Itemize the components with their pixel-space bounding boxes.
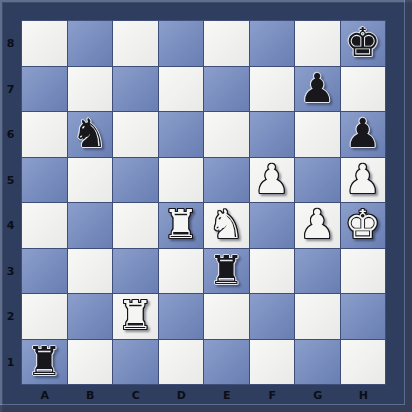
square-e2[interactable]: [204, 294, 249, 339]
square-h4[interactable]: ♚: [341, 203, 386, 248]
rank-label-4: 4: [0, 203, 21, 249]
square-h2[interactable]: [341, 294, 386, 339]
square-f5[interactable]: ♟: [250, 158, 295, 203]
square-e5[interactable]: [204, 158, 249, 203]
file-label-g: G: [295, 385, 341, 405]
square-e8[interactable]: [204, 21, 249, 66]
square-c6[interactable]: [113, 112, 158, 157]
white-knight[interactable]: ♞: [208, 202, 244, 246]
square-b8[interactable]: [68, 21, 113, 66]
black-knight[interactable]: ♞: [72, 111, 108, 155]
square-f2[interactable]: [250, 294, 295, 339]
square-d8[interactable]: [159, 21, 204, 66]
square-d7[interactable]: [159, 67, 204, 112]
rank-label-8: 8: [0, 21, 21, 67]
file-label-a: A: [22, 385, 68, 405]
square-b5[interactable]: [68, 158, 113, 203]
file-labels: ABCDEFGH: [22, 385, 386, 405]
black-rook[interactable]: ♜: [208, 248, 244, 292]
square-c7[interactable]: [113, 67, 158, 112]
square-a2[interactable]: [22, 294, 67, 339]
white-pawn[interactable]: ♟: [345, 157, 381, 201]
rank-label-3: 3: [0, 249, 21, 295]
file-label-d: D: [159, 385, 205, 405]
black-pawn[interactable]: ♟: [299, 66, 335, 110]
square-f8[interactable]: [250, 21, 295, 66]
square-g6[interactable]: [295, 112, 340, 157]
file-label-c: C: [113, 385, 159, 405]
square-c8[interactable]: [113, 21, 158, 66]
square-d5[interactable]: [159, 158, 204, 203]
file-label-f: F: [250, 385, 296, 405]
white-rook[interactable]: ♜: [117, 293, 153, 337]
white-king[interactable]: ♚: [345, 202, 381, 246]
square-b3[interactable]: [68, 249, 113, 294]
square-h3[interactable]: [341, 249, 386, 294]
square-f6[interactable]: [250, 112, 295, 157]
rank-label-5: 5: [0, 158, 21, 204]
chess-board-frame: 87654321 ♚♟♞♟♟♟♜♞♟♚♜♜♜ ABCDEFGH: [0, 0, 412, 412]
square-g1[interactable]: [295, 340, 340, 385]
square-a5[interactable]: [22, 158, 67, 203]
square-c2[interactable]: ♜: [113, 294, 158, 339]
square-e4[interactable]: ♞: [204, 203, 249, 248]
chess-board[interactable]: ♚♟♞♟♟♟♜♞♟♚♜♜♜: [21, 20, 386, 385]
square-e1[interactable]: [204, 340, 249, 385]
square-b1[interactable]: [68, 340, 113, 385]
square-h5[interactable]: ♟: [341, 158, 386, 203]
black-pawn[interactable]: ♟: [345, 111, 381, 155]
square-g4[interactable]: ♟: [295, 203, 340, 248]
rank-label-6: 6: [0, 112, 21, 158]
rank-label-2: 2: [0, 294, 21, 340]
square-a7[interactable]: [22, 67, 67, 112]
rank-labels: 87654321: [0, 21, 21, 385]
black-rook[interactable]: ♜: [26, 339, 62, 383]
square-c4[interactable]: [113, 203, 158, 248]
file-label-e: E: [204, 385, 250, 405]
black-king[interactable]: ♚: [345, 20, 381, 64]
square-h1[interactable]: [341, 340, 386, 385]
square-g2[interactable]: [295, 294, 340, 339]
square-a6[interactable]: [22, 112, 67, 157]
square-h7[interactable]: [341, 67, 386, 112]
square-b4[interactable]: [68, 203, 113, 248]
square-g7[interactable]: ♟: [295, 67, 340, 112]
square-g8[interactable]: [295, 21, 340, 66]
square-a3[interactable]: [22, 249, 67, 294]
square-b6[interactable]: ♞: [68, 112, 113, 157]
white-rook[interactable]: ♜: [163, 202, 199, 246]
white-pawn[interactable]: ♟: [254, 157, 290, 201]
square-d6[interactable]: [159, 112, 204, 157]
square-h8[interactable]: ♚: [341, 21, 386, 66]
square-b2[interactable]: [68, 294, 113, 339]
white-pawn[interactable]: ♟: [299, 202, 335, 246]
square-c3[interactable]: [113, 249, 158, 294]
square-f4[interactable]: [250, 203, 295, 248]
rank-label-7: 7: [0, 67, 21, 113]
square-f7[interactable]: [250, 67, 295, 112]
square-d3[interactable]: [159, 249, 204, 294]
square-f3[interactable]: [250, 249, 295, 294]
square-b7[interactable]: [68, 67, 113, 112]
square-e3[interactable]: ♜: [204, 249, 249, 294]
square-a1[interactable]: ♜: [22, 340, 67, 385]
square-a4[interactable]: [22, 203, 67, 248]
file-label-b: B: [68, 385, 114, 405]
square-g3[interactable]: [295, 249, 340, 294]
rank-label-1: 1: [0, 340, 21, 386]
square-h6[interactable]: ♟: [341, 112, 386, 157]
square-c5[interactable]: [113, 158, 158, 203]
square-c1[interactable]: [113, 340, 158, 385]
square-d1[interactable]: [159, 340, 204, 385]
square-a8[interactable]: [22, 21, 67, 66]
square-g5[interactable]: [295, 158, 340, 203]
square-f1[interactable]: [250, 340, 295, 385]
square-e6[interactable]: [204, 112, 249, 157]
square-d2[interactable]: [159, 294, 204, 339]
square-d4[interactable]: ♜: [159, 203, 204, 248]
square-e7[interactable]: [204, 67, 249, 112]
file-label-h: H: [341, 385, 387, 405]
